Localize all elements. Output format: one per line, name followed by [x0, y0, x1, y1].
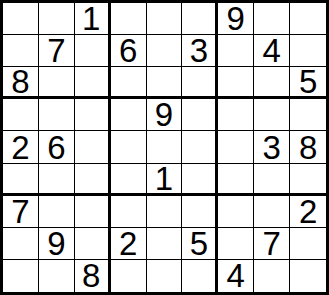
- empty-cell-r4c7[interactable]: [218, 99, 254, 131]
- empty-cell-r2c5[interactable]: [147, 35, 183, 67]
- empty-cell-r1c2[interactable]: [39, 3, 75, 35]
- given-cell-r2c2: 7: [39, 35, 75, 67]
- given-cell-r4c5: 9: [147, 99, 183, 131]
- empty-cell-r1c1[interactable]: [3, 3, 39, 35]
- empty-cell-r6c8[interactable]: [254, 164, 290, 196]
- empty-cell-r9c6[interactable]: [182, 260, 218, 292]
- given-cell-r1c7: 9: [218, 3, 254, 35]
- empty-cell-r3c6[interactable]: [182, 67, 218, 99]
- empty-cell-r4c1[interactable]: [3, 99, 39, 131]
- empty-cell-r2c1[interactable]: [3, 35, 39, 67]
- empty-cell-r9c4[interactable]: [111, 260, 147, 292]
- empty-cell-r2c3[interactable]: [75, 35, 111, 67]
- empty-cell-r4c2[interactable]: [39, 99, 75, 131]
- empty-cell-r3c5[interactable]: [147, 67, 183, 99]
- empty-cell-r1c6[interactable]: [182, 3, 218, 35]
- given-cell-r9c3: 8: [75, 260, 111, 292]
- empty-cell-r9c2[interactable]: [39, 260, 75, 292]
- empty-cell-r7c3[interactable]: [75, 196, 111, 228]
- sudoku-board: 1976348592638172925784: [0, 0, 329, 295]
- empty-cell-r4c9[interactable]: [290, 99, 326, 131]
- empty-cell-r1c5[interactable]: [147, 3, 183, 35]
- empty-cell-r5c7[interactable]: [218, 131, 254, 163]
- empty-cell-r9c5[interactable]: [147, 260, 183, 292]
- given-cell-r8c4: 2: [111, 228, 147, 260]
- empty-cell-r8c5[interactable]: [147, 228, 183, 260]
- empty-cell-r1c8[interactable]: [254, 3, 290, 35]
- empty-cell-r6c1[interactable]: [3, 164, 39, 196]
- given-cell-r9c7: 4: [218, 260, 254, 292]
- empty-cell-r8c9[interactable]: [290, 228, 326, 260]
- empty-cell-r7c5[interactable]: [147, 196, 183, 228]
- given-cell-r8c8: 7: [254, 228, 290, 260]
- empty-cell-r5c3[interactable]: [75, 131, 111, 163]
- given-cell-r5c9: 8: [290, 131, 326, 163]
- given-cell-r7c9: 2: [290, 196, 326, 228]
- empty-cell-r6c3[interactable]: [75, 164, 111, 196]
- given-cell-r3c1: 8: [3, 67, 39, 99]
- empty-cell-r3c7[interactable]: [218, 67, 254, 99]
- empty-cell-r1c9[interactable]: [290, 3, 326, 35]
- given-cell-r8c2: 9: [39, 228, 75, 260]
- empty-cell-r9c1[interactable]: [3, 260, 39, 292]
- empty-cell-r4c6[interactable]: [182, 99, 218, 131]
- empty-cell-r1c4[interactable]: [111, 3, 147, 35]
- empty-cell-r4c3[interactable]: [75, 99, 111, 131]
- given-cell-r3c9: 5: [290, 67, 326, 99]
- empty-cell-r3c3[interactable]: [75, 67, 111, 99]
- given-cell-r5c2: 6: [39, 131, 75, 163]
- empty-cell-r7c7[interactable]: [218, 196, 254, 228]
- empty-cell-r9c8[interactable]: [254, 260, 290, 292]
- given-cell-r5c1: 2: [3, 131, 39, 163]
- given-cell-r7c1: 7: [3, 196, 39, 228]
- empty-cell-r2c7[interactable]: [218, 35, 254, 67]
- empty-cell-r7c4[interactable]: [111, 196, 147, 228]
- empty-cell-r6c4[interactable]: [111, 164, 147, 196]
- empty-cell-r8c1[interactable]: [3, 228, 39, 260]
- empty-cell-r4c4[interactable]: [111, 99, 147, 131]
- empty-cell-r5c6[interactable]: [182, 131, 218, 163]
- empty-cell-r2c9[interactable]: [290, 35, 326, 67]
- empty-cell-r6c7[interactable]: [218, 164, 254, 196]
- empty-cell-r6c9[interactable]: [290, 164, 326, 196]
- empty-cell-r3c2[interactable]: [39, 67, 75, 99]
- given-cell-r5c8: 3: [254, 131, 290, 163]
- given-cell-r1c3: 1: [75, 3, 111, 35]
- empty-cell-r8c7[interactable]: [218, 228, 254, 260]
- empty-cell-r5c4[interactable]: [111, 131, 147, 163]
- empty-cell-r7c6[interactable]: [182, 196, 218, 228]
- empty-cell-r6c6[interactable]: [182, 164, 218, 196]
- empty-cell-r8c3[interactable]: [75, 228, 111, 260]
- empty-cell-r6c2[interactable]: [39, 164, 75, 196]
- empty-cell-r7c2[interactable]: [39, 196, 75, 228]
- empty-cell-r5c5[interactable]: [147, 131, 183, 163]
- given-cell-r6c5: 1: [147, 164, 183, 196]
- empty-cell-r7c8[interactable]: [254, 196, 290, 228]
- empty-cell-r3c8[interactable]: [254, 67, 290, 99]
- given-cell-r8c6: 5: [182, 228, 218, 260]
- given-cell-r2c4: 6: [111, 35, 147, 67]
- given-cell-r2c6: 3: [182, 35, 218, 67]
- given-cell-r2c8: 4: [254, 35, 290, 67]
- empty-cell-r9c9[interactable]: [290, 260, 326, 292]
- empty-cell-r4c8[interactable]: [254, 99, 290, 131]
- empty-cell-r3c4[interactable]: [111, 67, 147, 99]
